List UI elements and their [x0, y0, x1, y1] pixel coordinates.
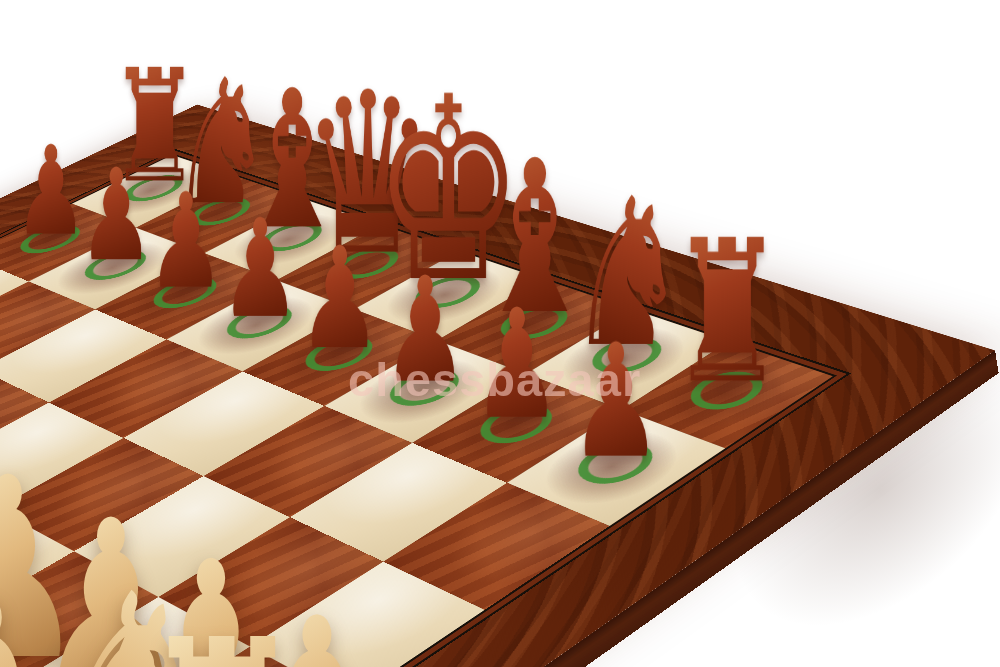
- p-glyph: ♟: [79, 152, 154, 279]
- p-glyph: ♟: [147, 176, 225, 307]
- square-d5[interactable]: [0, 403, 123, 509]
- p-glyph: ♟: [382, 258, 468, 403]
- p-glyph: ♟: [472, 289, 561, 440]
- p-glyph: ♟: [298, 228, 381, 368]
- p-glyph: ♟: [15, 129, 88, 252]
- p-glyph: ♟: [570, 323, 663, 480]
- product-photo: ♜♞♝♛♚♝♞♜♟♟♟♟♟♟♟♟♟♟♟♟♟♟♟♟♜♞♝♛♚♝♞♜ ♟♟♟♟♝♞♜…: [0, 0, 1000, 667]
- r-glyph: ♜: [669, 214, 785, 411]
- photo-scene: ♜♞♝♛♚♝♞♜♟♟♟♟♟♟♟♟♟♟♟♟♟♟♟♟♜♞♝♛♚♝♞♜: [0, 0, 1000, 667]
- p-glyph: ♟: [220, 201, 300, 337]
